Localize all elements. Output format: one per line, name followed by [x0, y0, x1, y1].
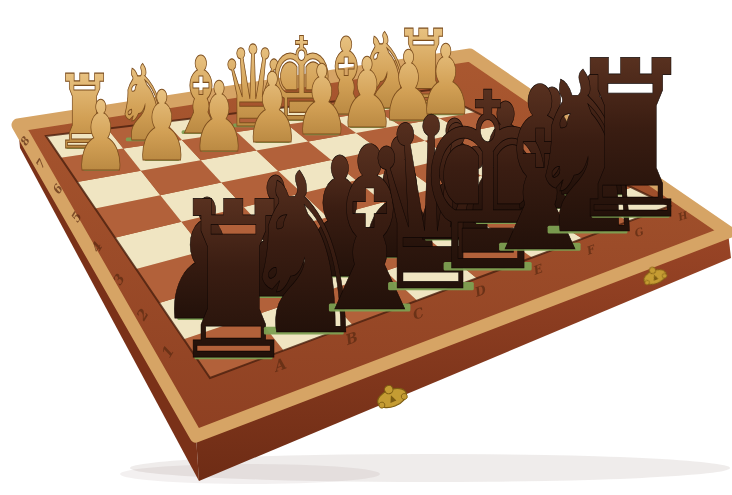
photo-canvas: 12345678ABCDEFGH♜♞♝♛♚♝♞♜♟♟♟♟♟♟♟♟♟♟♟♟♟♟♟♟… — [0, 0, 732, 495]
board-shadow — [120, 464, 380, 484]
chess-set-photo: 12345678ABCDEFGH♜♞♝♛♚♝♞♜♟♟♟♟♟♟♟♟♟♟♟♟♟♟♟♟… — [0, 0, 732, 495]
piece-dark-r-h1: ♜ — [566, 14, 695, 267]
piece-light-p-a7: ♟ — [72, 80, 129, 192]
